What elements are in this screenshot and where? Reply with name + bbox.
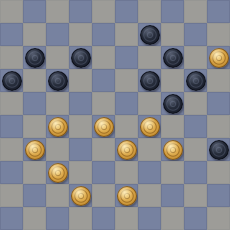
square-50[interactable] [184, 207, 207, 230]
square-20[interactable] [184, 69, 207, 92]
square-28[interactable] [92, 115, 115, 138]
square-r1c3 [69, 23, 92, 46]
square-r8c0 [0, 184, 23, 207]
square-r7c5 [115, 161, 138, 184]
square-5[interactable] [207, 0, 230, 23]
square-31[interactable] [23, 138, 46, 161]
square-r3c9 [207, 69, 230, 92]
square-10[interactable] [184, 23, 207, 46]
black-man[interactable] [2, 71, 22, 91]
square-47[interactable] [46, 207, 69, 230]
square-r1c1 [23, 23, 46, 46]
square-26[interactable] [0, 115, 23, 138]
black-man[interactable] [163, 48, 183, 68]
square-r2c2 [46, 46, 69, 69]
white-man[interactable] [25, 140, 45, 160]
square-r7c9 [207, 161, 230, 184]
draughts-board [0, 0, 230, 230]
square-r5c5 [115, 115, 138, 138]
square-r4c6 [138, 92, 161, 115]
square-r2c4 [92, 46, 115, 69]
square-r6c0 [0, 138, 23, 161]
square-3[interactable] [115, 0, 138, 23]
square-35[interactable] [207, 138, 230, 161]
white-man[interactable] [140, 117, 160, 137]
square-r9c7 [161, 207, 184, 230]
black-man[interactable] [186, 71, 206, 91]
square-36[interactable] [0, 161, 23, 184]
square-8[interactable] [92, 23, 115, 46]
square-39[interactable] [138, 161, 161, 184]
square-18[interactable] [92, 69, 115, 92]
white-man[interactable] [209, 48, 229, 68]
square-r7c3 [69, 161, 92, 184]
square-r7c1 [23, 161, 46, 184]
black-man[interactable] [163, 94, 183, 114]
square-r3c5 [115, 69, 138, 92]
square-r5c9 [207, 115, 230, 138]
square-r9c3 [69, 207, 92, 230]
square-29[interactable] [138, 115, 161, 138]
square-42[interactable] [69, 184, 92, 207]
square-48[interactable] [92, 207, 115, 230]
black-man[interactable] [25, 48, 45, 68]
square-r7c7 [161, 161, 184, 184]
black-man[interactable] [140, 71, 160, 91]
square-r6c2 [46, 138, 69, 161]
square-43[interactable] [115, 184, 138, 207]
square-46[interactable] [0, 207, 23, 230]
square-r9c5 [115, 207, 138, 230]
square-r0c2 [46, 0, 69, 23]
white-man[interactable] [71, 186, 91, 206]
square-r3c3 [69, 69, 92, 92]
white-man[interactable] [48, 163, 68, 183]
square-24[interactable] [161, 92, 184, 115]
square-r0c6 [138, 0, 161, 23]
square-r8c2 [46, 184, 69, 207]
square-r2c6 [138, 46, 161, 69]
white-man[interactable] [94, 117, 114, 137]
square-15[interactable] [207, 46, 230, 69]
white-man[interactable] [48, 117, 68, 137]
black-man[interactable] [48, 71, 68, 91]
square-r8c4 [92, 184, 115, 207]
square-13[interactable] [115, 46, 138, 69]
square-r8c8 [184, 184, 207, 207]
square-45[interactable] [207, 184, 230, 207]
black-man[interactable] [71, 48, 91, 68]
square-r1c7 [161, 23, 184, 46]
square-r4c0 [0, 92, 23, 115]
square-34[interactable] [161, 138, 184, 161]
square-27[interactable] [46, 115, 69, 138]
square-49[interactable] [138, 207, 161, 230]
square-40[interactable] [184, 161, 207, 184]
square-r1c5 [115, 23, 138, 46]
square-11[interactable] [23, 46, 46, 69]
square-r3c1 [23, 69, 46, 92]
square-33[interactable] [115, 138, 138, 161]
square-44[interactable] [161, 184, 184, 207]
square-r0c0 [0, 0, 23, 23]
square-r6c4 [92, 138, 115, 161]
square-r4c8 [184, 92, 207, 115]
square-2[interactable] [69, 0, 92, 23]
square-r3c7 [161, 69, 184, 92]
square-21[interactable] [23, 92, 46, 115]
square-22[interactable] [69, 92, 92, 115]
square-r2c0 [0, 46, 23, 69]
square-41[interactable] [23, 184, 46, 207]
square-r2c8 [184, 46, 207, 69]
square-16[interactable] [0, 69, 23, 92]
square-r6c6 [138, 138, 161, 161]
square-38[interactable] [92, 161, 115, 184]
square-6[interactable] [0, 23, 23, 46]
square-r1c9 [207, 23, 230, 46]
square-4[interactable] [161, 0, 184, 23]
square-r9c9 [207, 207, 230, 230]
white-man[interactable] [117, 140, 137, 160]
square-12[interactable] [69, 46, 92, 69]
square-14[interactable] [161, 46, 184, 69]
white-man[interactable] [117, 186, 137, 206]
black-man[interactable] [209, 140, 229, 160]
square-1[interactable] [23, 0, 46, 23]
square-r9c1 [23, 207, 46, 230]
black-man[interactable] [140, 25, 160, 45]
square-r4c4 [92, 92, 115, 115]
square-17[interactable] [46, 69, 69, 92]
square-23[interactable] [115, 92, 138, 115]
square-r0c4 [92, 0, 115, 23]
square-7[interactable] [46, 23, 69, 46]
square-r0c8 [184, 0, 207, 23]
square-30[interactable] [184, 115, 207, 138]
square-37[interactable] [46, 161, 69, 184]
square-32[interactable] [69, 138, 92, 161]
square-r8c6 [138, 184, 161, 207]
square-19[interactable] [138, 69, 161, 92]
white-man[interactable] [163, 140, 183, 160]
square-r4c2 [46, 92, 69, 115]
square-9[interactable] [138, 23, 161, 46]
square-r5c1 [23, 115, 46, 138]
square-r6c8 [184, 138, 207, 161]
square-r5c7 [161, 115, 184, 138]
square-r5c3 [69, 115, 92, 138]
square-25[interactable] [207, 92, 230, 115]
